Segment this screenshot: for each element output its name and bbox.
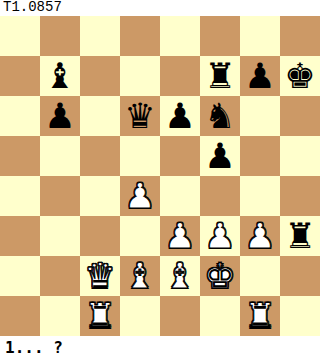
square-g6[interactable] [240, 96, 280, 136]
square-g7[interactable]: ♟ [240, 56, 280, 96]
square-h1[interactable] [280, 296, 320, 336]
square-a8[interactable] [0, 16, 40, 56]
black-rook[interactable]: ♜ [284, 216, 315, 256]
white-king[interactable]: ♚ [204, 256, 235, 296]
square-d1[interactable] [120, 296, 160, 336]
square-e4[interactable] [160, 176, 200, 216]
white-pawn[interactable]: ♟ [204, 216, 235, 256]
square-g1[interactable]: ♜ [240, 296, 280, 336]
square-c7[interactable] [80, 56, 120, 96]
square-a4[interactable] [0, 176, 40, 216]
black-pawn[interactable]: ♟ [44, 96, 75, 136]
square-e5[interactable] [160, 136, 200, 176]
square-d6[interactable]: ♛ [120, 96, 160, 136]
square-e2[interactable]: ♝ [160, 256, 200, 296]
square-e8[interactable] [160, 16, 200, 56]
white-bishop[interactable]: ♝ [124, 256, 155, 296]
black-pawn[interactable]: ♟ [244, 56, 275, 96]
square-e1[interactable] [160, 296, 200, 336]
square-g3[interactable]: ♟ [240, 216, 280, 256]
square-f4[interactable] [200, 176, 240, 216]
square-f3[interactable]: ♟ [200, 216, 240, 256]
square-h2[interactable] [280, 256, 320, 296]
square-b2[interactable] [40, 256, 80, 296]
black-queen[interactable]: ♛ [124, 96, 155, 136]
square-f7[interactable]: ♜ [200, 56, 240, 96]
square-h7[interactable]: ♚ [280, 56, 320, 96]
square-c1[interactable]: ♜ [80, 296, 120, 336]
square-f6[interactable]: ♞ [200, 96, 240, 136]
white-pawn[interactable]: ♟ [124, 176, 155, 216]
black-bishop[interactable]: ♝ [44, 56, 75, 96]
chess-board: ♝♜♟♚♟♛♟♞♟♟♟♟♟♜♛♝♝♚♜♜ [0, 16, 320, 336]
black-knight[interactable]: ♞ [204, 96, 235, 136]
square-d4[interactable]: ♟ [120, 176, 160, 216]
black-king[interactable]: ♚ [284, 56, 315, 96]
square-b4[interactable] [40, 176, 80, 216]
square-g4[interactable] [240, 176, 280, 216]
square-a7[interactable] [0, 56, 40, 96]
square-d7[interactable] [120, 56, 160, 96]
square-h8[interactable] [280, 16, 320, 56]
square-c3[interactable] [80, 216, 120, 256]
square-e7[interactable] [160, 56, 200, 96]
black-rook[interactable]: ♜ [204, 56, 235, 96]
square-g5[interactable] [240, 136, 280, 176]
square-d8[interactable] [120, 16, 160, 56]
square-c8[interactable] [80, 16, 120, 56]
square-f2[interactable]: ♚ [200, 256, 240, 296]
square-b6[interactable]: ♟ [40, 96, 80, 136]
white-queen[interactable]: ♛ [84, 256, 115, 296]
square-a2[interactable] [0, 256, 40, 296]
square-g2[interactable] [240, 256, 280, 296]
square-b3[interactable] [40, 216, 80, 256]
square-c2[interactable]: ♛ [80, 256, 120, 296]
square-d2[interactable]: ♝ [120, 256, 160, 296]
square-f8[interactable] [200, 16, 240, 56]
white-bishop[interactable]: ♝ [164, 256, 195, 296]
square-g8[interactable] [240, 16, 280, 56]
square-b5[interactable] [40, 136, 80, 176]
white-rook[interactable]: ♜ [84, 296, 115, 336]
square-c6[interactable] [80, 96, 120, 136]
black-pawn[interactable]: ♟ [164, 96, 195, 136]
square-h5[interactable] [280, 136, 320, 176]
square-e3[interactable]: ♟ [160, 216, 200, 256]
square-f5[interactable]: ♟ [200, 136, 240, 176]
square-c5[interactable] [80, 136, 120, 176]
square-c4[interactable] [80, 176, 120, 216]
square-d5[interactable] [120, 136, 160, 176]
square-b8[interactable] [40, 16, 80, 56]
square-a3[interactable] [0, 216, 40, 256]
white-pawn[interactable]: ♟ [164, 216, 195, 256]
square-a5[interactable] [0, 136, 40, 176]
square-a6[interactable] [0, 96, 40, 136]
white-pawn[interactable]: ♟ [244, 216, 275, 256]
square-h4[interactable] [280, 176, 320, 216]
square-b7[interactable]: ♝ [40, 56, 80, 96]
move-prompt: 1... ? [0, 336, 320, 360]
square-h3[interactable]: ♜ [280, 216, 320, 256]
black-pawn[interactable]: ♟ [204, 136, 235, 176]
square-e6[interactable]: ♟ [160, 96, 200, 136]
white-rook[interactable]: ♜ [244, 296, 275, 336]
square-h6[interactable] [280, 96, 320, 136]
square-b1[interactable] [40, 296, 80, 336]
puzzle-id: T1.0857 [0, 0, 320, 16]
square-d3[interactable] [120, 216, 160, 256]
square-a1[interactable] [0, 296, 40, 336]
square-f1[interactable] [200, 296, 240, 336]
